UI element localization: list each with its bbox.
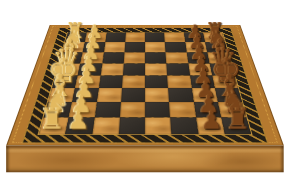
board-square-d3[interactable] [100, 63, 123, 75]
board-square-h6[interactable] [170, 117, 198, 134]
board-square-e4[interactable] [122, 75, 145, 88]
board-square-h1[interactable]: ♜ [39, 117, 69, 134]
chess-piece-wP[interactable]: ♟ [68, 108, 90, 133]
board-square-b4[interactable] [124, 42, 145, 52]
board-square-e3[interactable] [98, 75, 122, 88]
board-square-h4[interactable] [118, 117, 145, 134]
board-square-c4[interactable] [124, 52, 145, 63]
board-square-f5[interactable] [145, 88, 169, 102]
board-grid: ♜♟♟♜♞♟♟♞♝♟♟♝♛♟♟♛♚♟♟♚♝♟♟♝♞♟♟♞♜♟♟♜ [37, 32, 252, 135]
board-square-g6[interactable] [169, 102, 195, 117]
board-square-h7[interactable]: ♟ [196, 117, 225, 134]
board-square-a5[interactable] [145, 32, 165, 42]
board-square-f6[interactable] [168, 88, 193, 102]
board-square-h3[interactable] [92, 117, 120, 134]
board-square-c5[interactable] [145, 52, 166, 63]
board-square-g5[interactable] [145, 102, 170, 117]
chess-piece-bR[interactable]: ♜ [225, 105, 251, 134]
chess-piece-bP[interactable]: ♟ [200, 108, 222, 133]
board-square-h8[interactable]: ♜ [221, 117, 251, 134]
board-square-d4[interactable] [123, 63, 145, 75]
chess-set-photo: ♜♟♟♜♞♟♟♞♝♟♟♝♛♟♟♛♚♟♟♚♝♟♟♝♞♟♟♞♜♟♟♜ [0, 0, 290, 174]
board-square-c6[interactable] [166, 52, 188, 63]
board-square-h2[interactable]: ♟ [65, 117, 94, 134]
board-square-a3[interactable] [105, 32, 126, 42]
board-square-a4[interactable] [125, 32, 145, 42]
board-square-b3[interactable] [104, 42, 125, 52]
board-square-g4[interactable] [120, 102, 145, 117]
board-square-c3[interactable] [102, 52, 124, 63]
chess-piece-wR[interactable]: ♜ [39, 105, 65, 134]
board-square-f4[interactable] [121, 88, 145, 102]
board-square-f3[interactable] [96, 88, 121, 102]
board-square-e6[interactable] [167, 75, 191, 88]
board-square-b6[interactable] [165, 42, 186, 52]
case-front-panel [6, 146, 284, 173]
board-square-h5[interactable] [145, 117, 172, 134]
board-top-surface: ♜♟♟♜♞♟♟♞♝♟♟♝♛♟♟♛♚♟♟♚♝♟♟♝♞♟♟♞♜♟♟♜ [6, 25, 284, 146]
board-square-g3[interactable] [94, 102, 120, 117]
board-square-d6[interactable] [166, 63, 189, 75]
board-square-b5[interactable] [145, 42, 166, 52]
board-square-a6[interactable] [164, 32, 185, 42]
board-square-e5[interactable] [145, 75, 168, 88]
board-square-d5[interactable] [145, 63, 167, 75]
chess-board-3d: ♜♟♟♜♞♟♟♞♝♟♟♝♛♟♟♛♚♟♟♚♝♟♟♝♞♟♟♞♜♟♟♜ [6, 25, 284, 146]
